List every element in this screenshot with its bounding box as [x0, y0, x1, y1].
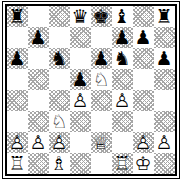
square-g7[interactable]: ♟ [133, 27, 154, 48]
black-knight[interactable]: ♞ [112, 48, 133, 69]
square-h7[interactable] [154, 27, 175, 48]
white-pawn[interactable]: ♟♙ [28, 132, 49, 153]
square-f7[interactable]: ♟ [112, 27, 133, 48]
square-e6[interactable]: ♟ [91, 48, 112, 69]
white-pawn[interactable]: ♟♙ [112, 90, 133, 111]
square-d8[interactable]: ♛ [70, 6, 91, 27]
square-d4[interactable]: ♟♙ [70, 90, 91, 111]
white-pawn[interactable]: ♟♙ [133, 132, 154, 153]
piece-outline-layer: ♙ [28, 132, 49, 153]
square-g3[interactable] [133, 111, 154, 132]
black-pawn[interactable]: ♟ [112, 27, 133, 48]
piece-outline-layer: ♕ [91, 132, 112, 153]
square-b1[interactable] [28, 153, 49, 174]
square-e4[interactable] [91, 90, 112, 111]
square-f3[interactable] [112, 111, 133, 132]
white-rook[interactable]: ♜♖ [7, 153, 28, 174]
diagram-outer-border: ♜♛♚♝♜♟♟♟♟♞♟♞♟♟♞♘♟♙♟♙♞♘♟♙♟♙♟♙♛♕♟♙♟♙♜♖♝♗♜♖… [2, 1, 180, 179]
piece-outline-layer: ♖ [7, 153, 28, 174]
black-king[interactable]: ♚ [91, 6, 112, 27]
square-c8[interactable] [49, 6, 70, 27]
white-pawn[interactable]: ♟♙ [49, 132, 70, 153]
chess-board: ♜♛♚♝♜♟♟♟♟♞♟♞♟♟♞♘♟♙♟♙♞♘♟♙♟♙♟♙♛♕♟♙♟♙♜♖♝♗♜♖… [7, 6, 175, 174]
square-e1[interactable] [91, 153, 112, 174]
square-b8[interactable] [28, 6, 49, 27]
square-c5[interactable] [49, 69, 70, 90]
square-d2[interactable] [70, 132, 91, 153]
black-bishop[interactable]: ♝ [112, 6, 133, 27]
white-king[interactable]: ♚♔ [133, 153, 154, 174]
square-e7[interactable] [91, 27, 112, 48]
black-rook[interactable]: ♜ [7, 6, 28, 27]
black-knight[interactable]: ♞ [49, 48, 70, 69]
square-h5[interactable] [154, 69, 175, 90]
square-g8[interactable] [133, 6, 154, 27]
piece-outline-layer: ♙ [154, 132, 175, 153]
white-pawn[interactable]: ♟♙ [7, 132, 28, 153]
square-e2[interactable]: ♛♕ [91, 132, 112, 153]
white-rook[interactable]: ♜♖ [112, 153, 133, 174]
black-rook[interactable]: ♜ [154, 6, 175, 27]
square-b3[interactable] [28, 111, 49, 132]
square-c3[interactable]: ♞♘ [49, 111, 70, 132]
piece-outline-layer: ♗ [49, 153, 70, 174]
square-c7[interactable] [49, 27, 70, 48]
square-a7[interactable] [7, 27, 28, 48]
square-c4[interactable] [49, 90, 70, 111]
square-f2[interactable] [112, 132, 133, 153]
square-b2[interactable]: ♟♙ [28, 132, 49, 153]
square-b6[interactable] [28, 48, 49, 69]
piece-outline-layer: ♙ [70, 90, 91, 111]
chess-diagram: ♜♛♚♝♜♟♟♟♟♞♟♞♟♟♞♘♟♙♟♙♞♘♟♙♟♙♟♙♛♕♟♙♟♙♜♖♝♗♜♖… [0, 0, 181, 180]
square-a3[interactable] [7, 111, 28, 132]
square-g6[interactable] [133, 48, 154, 69]
square-b5[interactable] [28, 69, 49, 90]
square-f1[interactable]: ♜♖ [112, 153, 133, 174]
black-pawn[interactable]: ♟ [28, 27, 49, 48]
square-h1[interactable] [154, 153, 175, 174]
square-b4[interactable] [28, 90, 49, 111]
white-bishop[interactable]: ♝♗ [49, 153, 70, 174]
piece-outline-layer: ♙ [112, 90, 133, 111]
square-e8[interactable]: ♚ [91, 6, 112, 27]
piece-outline-layer: ♙ [133, 132, 154, 153]
square-h4[interactable] [154, 90, 175, 111]
square-g4[interactable] [133, 90, 154, 111]
black-pawn[interactable]: ♟ [91, 48, 112, 69]
white-pawn[interactable]: ♟♙ [154, 132, 175, 153]
piece-outline-layer: ♘ [91, 69, 112, 90]
square-a8[interactable]: ♜ [7, 6, 28, 27]
white-knight[interactable]: ♞♘ [91, 69, 112, 90]
square-h2[interactable]: ♟♙ [154, 132, 175, 153]
square-a5[interactable] [7, 69, 28, 90]
square-d3[interactable] [70, 111, 91, 132]
piece-outline-layer: ♙ [49, 132, 70, 153]
black-pawn[interactable]: ♟ [70, 69, 91, 90]
square-c6[interactable]: ♞ [49, 48, 70, 69]
square-h8[interactable]: ♜ [154, 6, 175, 27]
square-a6[interactable]: ♟ [7, 48, 28, 69]
square-a1[interactable]: ♜♖ [7, 153, 28, 174]
square-d1[interactable] [70, 153, 91, 174]
white-knight[interactable]: ♞♘ [49, 111, 70, 132]
square-c1[interactable]: ♝♗ [49, 153, 70, 174]
square-h6[interactable]: ♟ [154, 48, 175, 69]
diagram-inner-border: ♜♛♚♝♜♟♟♟♟♞♟♞♟♟♞♘♟♙♟♙♞♘♟♙♟♙♟♙♛♕♟♙♟♙♜♖♝♗♜♖… [5, 4, 177, 176]
square-e3[interactable] [91, 111, 112, 132]
piece-outline-layer: ♙ [7, 132, 28, 153]
white-pawn[interactable]: ♟♙ [70, 90, 91, 111]
square-a4[interactable] [7, 90, 28, 111]
square-h3[interactable] [154, 111, 175, 132]
piece-outline-layer: ♔ [133, 153, 154, 174]
piece-outline-layer: ♘ [49, 111, 70, 132]
square-d6[interactable] [70, 48, 91, 69]
square-d5[interactable]: ♟ [70, 69, 91, 90]
white-queen[interactable]: ♛♕ [91, 132, 112, 153]
square-f5[interactable] [112, 69, 133, 90]
square-e5[interactable]: ♞♘ [91, 69, 112, 90]
black-pawn[interactable]: ♟ [7, 48, 28, 69]
square-f6[interactable]: ♞ [112, 48, 133, 69]
square-g2[interactable]: ♟♙ [133, 132, 154, 153]
square-b7[interactable]: ♟ [28, 27, 49, 48]
black-queen[interactable]: ♛ [70, 6, 91, 27]
square-f4[interactable]: ♟♙ [112, 90, 133, 111]
square-a2[interactable]: ♟♙ [7, 132, 28, 153]
black-pawn[interactable]: ♟ [133, 27, 154, 48]
square-d7[interactable] [70, 27, 91, 48]
square-g5[interactable] [133, 69, 154, 90]
square-g1[interactable]: ♚♔ [133, 153, 154, 174]
square-f8[interactable]: ♝ [112, 6, 133, 27]
square-c2[interactable]: ♟♙ [49, 132, 70, 153]
piece-outline-layer: ♖ [112, 153, 133, 174]
black-pawn[interactable]: ♟ [154, 48, 175, 69]
